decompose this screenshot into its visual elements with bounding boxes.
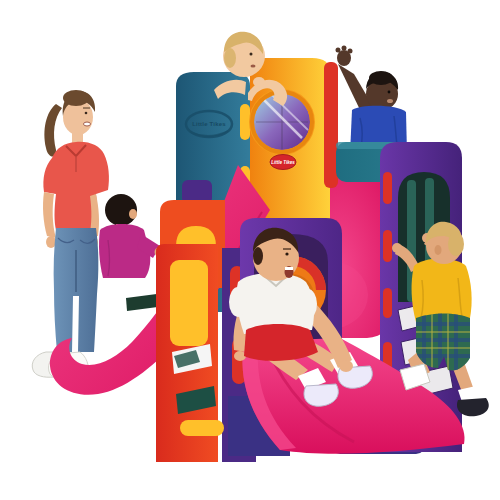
toddler-mouth xyxy=(251,65,256,68)
playground-structure: Little Tikes Little Tikes xyxy=(50,32,489,462)
toddler-fist xyxy=(253,77,265,87)
climbing-boy-shirt xyxy=(412,259,472,323)
tower-handhold xyxy=(383,230,392,262)
product-photo: Little Tikes Little Tikes xyxy=(0,0,500,500)
climbing-boy-hand xyxy=(392,243,402,253)
woman-neck xyxy=(72,130,83,144)
child-blue-hair-top xyxy=(369,71,393,85)
ladder-foot-slot xyxy=(180,420,224,436)
woman-smile xyxy=(84,122,91,126)
climbing-boy-hair-back xyxy=(448,232,464,256)
brand-logo-text: Little Tikes xyxy=(192,121,226,127)
climbing-boy-ear xyxy=(435,245,442,255)
climbing-boy-shoe xyxy=(457,398,489,416)
child-blue-eye xyxy=(388,91,391,94)
toddler-hair-side xyxy=(224,48,236,68)
boy-slide-sleeve xyxy=(299,289,317,319)
photo-svg: Little Tikes Little Tikes xyxy=(0,0,500,500)
toddler-eye xyxy=(250,53,253,56)
woman-eye xyxy=(85,112,88,115)
child-left-ear xyxy=(129,209,137,219)
tower-handhold xyxy=(383,172,392,204)
boy-slide-teeth xyxy=(285,267,293,270)
badge-text: Little Tikes xyxy=(271,160,295,165)
child-left-figure xyxy=(99,194,164,278)
red-edge-trim xyxy=(324,62,338,188)
panel-hand-slot xyxy=(240,104,250,140)
tower-handhold xyxy=(383,288,392,318)
ladder-window xyxy=(170,260,208,346)
woman-hair-top xyxy=(63,90,89,106)
boy-slide-hair-side xyxy=(253,247,263,265)
woman-figure xyxy=(32,90,109,380)
child-blue-mouth xyxy=(387,99,393,103)
child-blue-figure xyxy=(336,46,408,155)
boy-slide-sleeve xyxy=(229,287,247,317)
boy-slide-hand xyxy=(339,360,353,372)
boy-slide-eye xyxy=(285,252,288,255)
boy-slide-shorts xyxy=(244,324,318,361)
brand-badge: Little Tikes xyxy=(270,155,296,170)
woman-forearm-left xyxy=(43,192,56,238)
